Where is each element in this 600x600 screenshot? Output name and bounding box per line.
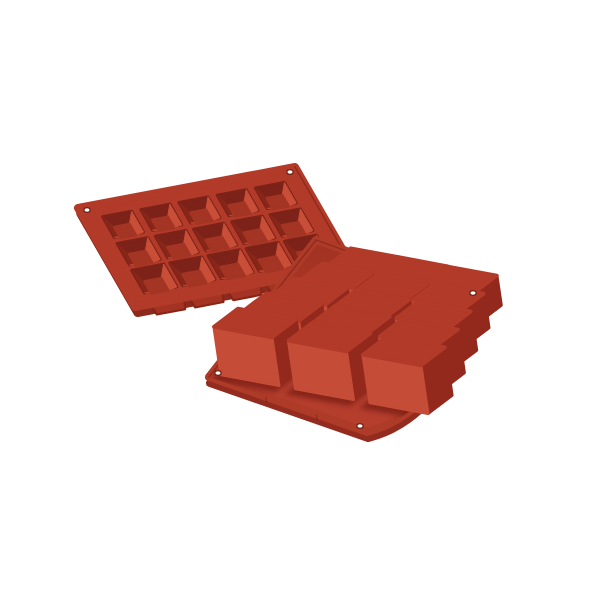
hang-hole <box>357 424 363 429</box>
rim-seam-tick <box>266 397 267 403</box>
product-photo <box>0 0 600 600</box>
rim-seam-tick <box>316 414 317 420</box>
hang-hole <box>287 170 293 175</box>
product-photo-stage <box>0 0 600 600</box>
hang-hole <box>215 371 221 376</box>
cube <box>363 336 452 413</box>
hang-hole <box>84 208 90 213</box>
hang-hole <box>470 291 476 296</box>
